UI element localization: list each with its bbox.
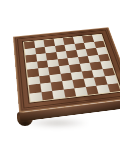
chess-board <box>13 27 120 112</box>
square-r6-c7 <box>92 69 105 78</box>
square-r8-c2 <box>41 91 54 101</box>
square-r6-c4 <box>60 72 72 81</box>
square-r6-c8 <box>102 68 115 77</box>
square-r5-c8 <box>100 60 113 68</box>
board-grid <box>24 34 120 101</box>
square-r7-c8 <box>104 75 117 84</box>
square-r7-c6 <box>83 78 96 87</box>
product-photo-stage <box>0 0 120 144</box>
square-r5-c2 <box>38 67 50 76</box>
square-r6-c3 <box>49 74 61 83</box>
square-r8-c8 <box>107 83 120 92</box>
square-r7-c7 <box>94 76 107 85</box>
square-r6-c6 <box>81 70 94 79</box>
square-r7-c1 <box>29 84 41 93</box>
square-r8-c6 <box>85 85 98 95</box>
square-r6-c2 <box>39 75 51 84</box>
square-r8-c3 <box>52 89 65 99</box>
board-top-surface <box>13 27 120 112</box>
square-r5-c5 <box>69 64 81 72</box>
square-r8-c7 <box>96 84 109 93</box>
square-r6-c1 <box>28 76 40 85</box>
square-r8-c5 <box>74 87 87 97</box>
square-r7-c2 <box>40 82 52 91</box>
square-r7-c3 <box>51 81 63 90</box>
square-r6-c5 <box>71 71 83 80</box>
square-r5-c3 <box>48 66 60 75</box>
square-r8-c1 <box>30 92 42 102</box>
square-r5-c1 <box>27 68 39 77</box>
square-r7-c4 <box>62 80 75 89</box>
square-r5-c4 <box>59 65 71 74</box>
square-r7-c5 <box>72 79 85 88</box>
square-r8-c4 <box>63 88 76 98</box>
